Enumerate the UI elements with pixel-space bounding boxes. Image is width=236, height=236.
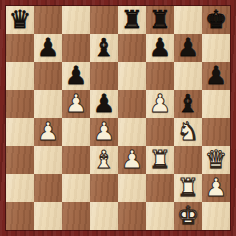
square-a6[interactable] — [6, 62, 34, 90]
piece-black-pawn[interactable]: ♟ — [146, 34, 174, 62]
square-g6[interactable] — [174, 62, 202, 90]
square-e6[interactable] — [118, 62, 146, 90]
square-g7[interactable]: ♟ — [174, 34, 202, 62]
square-d1[interactable] — [90, 202, 118, 230]
square-b1[interactable] — [34, 202, 62, 230]
piece-white-king[interactable]: ♚ — [174, 202, 202, 230]
piece-black-queen[interactable]: ♛ — [6, 6, 34, 34]
square-f8[interactable]: ♜ — [146, 6, 174, 34]
square-e4[interactable] — [118, 118, 146, 146]
piece-white-pawn[interactable]: ♟ — [62, 90, 90, 118]
square-h2[interactable]: ♟ — [202, 174, 230, 202]
square-g3[interactable] — [174, 146, 202, 174]
square-h8[interactable]: ♚ — [202, 6, 230, 34]
square-a5[interactable] — [6, 90, 34, 118]
square-f7[interactable]: ♟ — [146, 34, 174, 62]
square-e2[interactable] — [118, 174, 146, 202]
piece-white-bishop[interactable]: ♝ — [90, 146, 118, 174]
square-a2[interactable] — [6, 174, 34, 202]
square-d2[interactable] — [90, 174, 118, 202]
square-g4[interactable]: ♞ — [174, 118, 202, 146]
piece-white-pawn[interactable]: ♟ — [90, 118, 118, 146]
chess-board: ♛♜♜♚♟♝♟♟♟♟♟♟♟♝♟♟♞♝♟♜♛♜♟♚ — [6, 6, 230, 230]
square-f3[interactable]: ♜ — [146, 146, 174, 174]
square-a7[interactable] — [6, 34, 34, 62]
square-b8[interactable] — [34, 6, 62, 34]
square-h1[interactable] — [202, 202, 230, 230]
square-b5[interactable] — [34, 90, 62, 118]
piece-white-pawn[interactable]: ♟ — [146, 90, 174, 118]
piece-black-pawn[interactable]: ♟ — [62, 62, 90, 90]
square-a3[interactable] — [6, 146, 34, 174]
square-e1[interactable] — [118, 202, 146, 230]
square-h7[interactable] — [202, 34, 230, 62]
square-f4[interactable] — [146, 118, 174, 146]
square-f1[interactable] — [146, 202, 174, 230]
piece-white-knight[interactable]: ♞ — [174, 118, 202, 146]
square-c5[interactable]: ♟ — [62, 90, 90, 118]
piece-black-rook[interactable]: ♜ — [146, 6, 174, 34]
square-e5[interactable] — [118, 90, 146, 118]
square-f2[interactable] — [146, 174, 174, 202]
square-d8[interactable] — [90, 6, 118, 34]
piece-black-pawn[interactable]: ♟ — [34, 34, 62, 62]
square-c8[interactable] — [62, 6, 90, 34]
square-d5[interactable]: ♟ — [90, 90, 118, 118]
board-frame: ♛♜♜♚♟♝♟♟♟♟♟♟♟♝♟♟♞♝♟♜♛♜♟♚ — [0, 0, 236, 236]
square-b2[interactable] — [34, 174, 62, 202]
square-c7[interactable] — [62, 34, 90, 62]
square-g2[interactable]: ♜ — [174, 174, 202, 202]
square-e7[interactable] — [118, 34, 146, 62]
square-d4[interactable]: ♟ — [90, 118, 118, 146]
piece-white-pawn[interactable]: ♟ — [118, 146, 146, 174]
square-g1[interactable]: ♚ — [174, 202, 202, 230]
square-c1[interactable] — [62, 202, 90, 230]
piece-white-pawn[interactable]: ♟ — [202, 174, 230, 202]
square-a8[interactable]: ♛ — [6, 6, 34, 34]
square-b6[interactable] — [34, 62, 62, 90]
square-d3[interactable]: ♝ — [90, 146, 118, 174]
square-c4[interactable] — [62, 118, 90, 146]
piece-black-pawn[interactable]: ♟ — [202, 62, 230, 90]
square-f6[interactable] — [146, 62, 174, 90]
square-a1[interactable] — [6, 202, 34, 230]
square-d6[interactable] — [90, 62, 118, 90]
square-c3[interactable] — [62, 146, 90, 174]
square-g5[interactable]: ♝ — [174, 90, 202, 118]
piece-black-pawn[interactable]: ♟ — [174, 34, 202, 62]
square-h3[interactable]: ♛ — [202, 146, 230, 174]
piece-black-bishop[interactable]: ♝ — [90, 34, 118, 62]
square-b3[interactable] — [34, 146, 62, 174]
piece-white-rook[interactable]: ♜ — [146, 146, 174, 174]
square-h5[interactable] — [202, 90, 230, 118]
square-e8[interactable]: ♜ — [118, 6, 146, 34]
square-b4[interactable]: ♟ — [34, 118, 62, 146]
piece-white-rook[interactable]: ♜ — [174, 174, 202, 202]
square-h6[interactable]: ♟ — [202, 62, 230, 90]
square-b7[interactable]: ♟ — [34, 34, 62, 62]
square-d7[interactable]: ♝ — [90, 34, 118, 62]
piece-black-rook[interactable]: ♜ — [118, 6, 146, 34]
square-e3[interactable]: ♟ — [118, 146, 146, 174]
square-f5[interactable]: ♟ — [146, 90, 174, 118]
piece-black-pawn[interactable]: ♟ — [90, 90, 118, 118]
square-g8[interactable] — [174, 6, 202, 34]
piece-white-queen[interactable]: ♛ — [202, 146, 230, 174]
piece-black-bishop[interactable]: ♝ — [174, 90, 202, 118]
square-h4[interactable] — [202, 118, 230, 146]
piece-black-king[interactable]: ♚ — [202, 6, 230, 34]
piece-white-pawn[interactable]: ♟ — [34, 118, 62, 146]
square-c6[interactable]: ♟ — [62, 62, 90, 90]
square-a4[interactable] — [6, 118, 34, 146]
square-c2[interactable] — [62, 174, 90, 202]
